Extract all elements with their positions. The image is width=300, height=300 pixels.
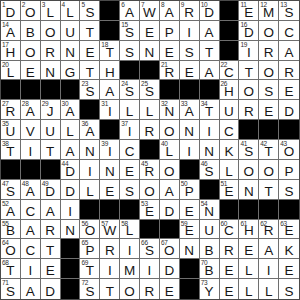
letter-cell[interactable]: C (21, 200, 41, 220)
black-cell (61, 279, 81, 299)
letter-cell[interactable]: E (220, 279, 240, 299)
letter-cell[interactable]: 52A (1, 200, 21, 220)
letter-cell[interactable]: E (140, 21, 160, 41)
letter-cell[interactable]: 8A (160, 1, 180, 21)
letter-cell[interactable]: 13S (279, 1, 299, 21)
cell-letter: A (61, 140, 80, 159)
cell-letter: U (1, 120, 20, 139)
letter-cell[interactable]: N (61, 220, 81, 240)
letter-cell[interactable]: 1D (1, 1, 21, 21)
letter-cell[interactable]: A (200, 61, 220, 81)
black-cell (100, 120, 120, 140)
letter-cell[interactable]: R (41, 220, 61, 240)
letter-cell[interactable]: 36A (80, 120, 100, 140)
cell-letter: N (80, 140, 99, 159)
letter-cell[interactable]: D (160, 200, 180, 220)
letter-cell[interactable]: U (41, 120, 61, 140)
cell-letter: H (1, 41, 20, 60)
cell-letter: E (220, 279, 239, 299)
cell-letter: B (200, 259, 219, 278)
letter-cell[interactable]: 42T (259, 140, 279, 160)
cell-letter: I (140, 259, 159, 278)
cell-letter: I (259, 259, 278, 278)
letter-cell[interactable]: R (140, 120, 160, 140)
letter-cell[interactable]: R (259, 41, 279, 61)
cell-letter: C (21, 239, 40, 258)
letter-cell[interactable]: A (61, 140, 81, 160)
letter-cell[interactable]: C (21, 239, 41, 259)
letter-cell[interactable]: O (160, 120, 180, 140)
letter-cell[interactable]: N (180, 120, 200, 140)
cell-letter: S (140, 239, 159, 258)
cell-letter: L (120, 100, 139, 119)
letter-cell[interactable]: E (120, 160, 140, 180)
cell-letter: C (220, 61, 239, 80)
letter-cell[interactable]: 12M (259, 1, 279, 21)
letter-cell[interactable]: O (259, 21, 279, 41)
letter-cell[interactable]: H (100, 61, 120, 81)
letter-cell[interactable]: D (279, 100, 299, 120)
cell-letter: G (61, 61, 80, 80)
cell-letter: T (80, 61, 99, 80)
letter-cell[interactable]: 3L (41, 1, 61, 21)
cell-letter: R (279, 61, 299, 80)
letter-cell[interactable]: 49D (41, 180, 61, 200)
letter-cell[interactable]: S (279, 279, 299, 299)
letter-cell[interactable]: A (279, 41, 299, 61)
letter-cell[interactable]: L (239, 259, 259, 279)
letter-cell[interactable]: 20L (1, 61, 21, 81)
letter-cell[interactable]: 71S (1, 279, 21, 299)
cell-letter: S (120, 21, 139, 40)
letter-cell[interactable]: R (239, 100, 259, 120)
cell-letter: D (200, 1, 219, 20)
letter-cell[interactable]: A (21, 279, 41, 299)
letter-cell[interactable]: 60C (220, 220, 240, 240)
letter-cell[interactable]: R (220, 239, 240, 259)
letter-cell[interactable]: E (239, 239, 259, 259)
letter-cell[interactable]: 11E (239, 1, 259, 21)
letter-cell[interactable]: 15S (120, 21, 140, 41)
cell-letter: I (180, 140, 199, 159)
letter-cell[interactable]: 19I (239, 41, 259, 61)
letter-cell[interactable]: T (80, 21, 100, 41)
letter-cell[interactable]: 64O (1, 239, 21, 259)
black-cell (61, 80, 81, 100)
cell-letter: I (21, 140, 40, 159)
letter-cell[interactable]: I (21, 259, 41, 279)
letter-cell[interactable]: O (140, 180, 160, 200)
letter-cell[interactable]: D (160, 259, 180, 279)
cell-letter: E (279, 80, 299, 99)
letter-cell[interactable]: I (100, 259, 120, 279)
cell-letter: S (200, 160, 219, 179)
letter-cell[interactable]: D (61, 180, 81, 200)
black-cell (100, 200, 120, 220)
crossword-puzzle: 1D2O3L4L5S6A7W8A9R10D11E12M13S14ABOUT15S… (0, 0, 300, 300)
letter-cell[interactable]: N (200, 140, 220, 160)
letter-cell[interactable]: 50P (180, 180, 200, 200)
letter-cell[interactable]: 69T (80, 259, 100, 279)
letter-cell[interactable]: 48A (21, 180, 41, 200)
letter-cell[interactable]: 70B (200, 259, 220, 279)
letter-cell[interactable]: S (180, 41, 200, 61)
cell-letter: P (180, 180, 199, 199)
cell-letter: S (80, 80, 99, 99)
cell-letter: L (160, 140, 179, 159)
letter-cell[interactable]: A (200, 21, 220, 41)
letter-cell[interactable]: 22C (220, 61, 240, 81)
cell-letter: D (41, 180, 60, 199)
cell-letter: S (1, 279, 20, 299)
black-cell (1, 160, 21, 180)
letter-cell[interactable]: N (41, 61, 61, 81)
letter-cell[interactable]: L (120, 100, 140, 120)
letter-cell[interactable]: 43O (279, 140, 299, 160)
letter-cell[interactable]: O (239, 80, 259, 100)
cell-letter: M (259, 1, 278, 20)
letter-cell[interactable]: T (41, 239, 61, 259)
letter-cell[interactable]: 16D (239, 21, 259, 41)
letter-cell[interactable]: 17H (1, 41, 21, 61)
black-cell (239, 200, 259, 220)
cell-letter: D (239, 21, 258, 40)
letter-cell[interactable]: T (41, 140, 61, 160)
letter-cell[interactable]: I (259, 259, 279, 279)
letter-cell[interactable]: R (41, 41, 61, 61)
cell-letter: S (279, 279, 299, 299)
letter-cell[interactable]: E (180, 200, 200, 220)
cell-letter: A (259, 239, 278, 258)
cell-letter: E (21, 61, 40, 80)
letter-cell[interactable]: K (220, 140, 240, 160)
letter-cell[interactable]: I (80, 160, 100, 180)
cell-letter: R (160, 61, 179, 80)
letter-cell[interactable]: D (41, 279, 61, 299)
letter-cell[interactable]: 59E (180, 220, 200, 240)
letter-cell[interactable]: A (100, 80, 120, 100)
cell-letter: A (279, 41, 299, 60)
letter-cell[interactable]: E (279, 259, 299, 279)
black-cell (160, 220, 180, 240)
letter-cell[interactable]: A (21, 220, 41, 240)
cell-letter: O (239, 160, 258, 179)
letter-cell[interactable]: 44D (61, 160, 81, 180)
letter-cell[interactable]: 29J (41, 100, 61, 120)
cell-letter: E (180, 220, 199, 239)
black-cell (80, 200, 100, 220)
black-cell (200, 80, 220, 100)
letter-cell[interactable]: 14A (1, 21, 21, 41)
cell-letter: L (61, 1, 80, 20)
cell-letter: A (120, 1, 139, 20)
letter-cell[interactable]: 34T (200, 100, 220, 120)
cell-letter: O (1, 239, 20, 258)
letter-cell[interactable]: 2O (21, 1, 41, 21)
letter-cell[interactable]: 28A (21, 100, 41, 120)
letter-cell[interactable]: O (120, 279, 140, 299)
letter-cell[interactable]: 6A (120, 1, 140, 21)
cell-letter: O (279, 140, 299, 159)
letter-cell[interactable]: I (61, 200, 81, 220)
letter-cell[interactable]: 38T (1, 140, 21, 160)
letter-cell[interactable]: N (100, 160, 120, 180)
letter-cell[interactable]: 57W (100, 220, 120, 240)
cell-letter: O (160, 120, 179, 139)
letter-cell[interactable]: 47S (1, 180, 21, 200)
letter-cell[interactable]: B (21, 21, 41, 41)
cell-letter: D (61, 160, 80, 179)
letter-cell[interactable]: 61H (239, 220, 259, 240)
black-cell (80, 100, 100, 120)
letter-cell[interactable]: 23S (80, 80, 100, 100)
letter-cell[interactable]: L (259, 279, 279, 299)
cell-letter: D (279, 100, 299, 119)
letter-cell[interactable]: O (41, 21, 61, 41)
black-cell (259, 120, 279, 140)
letter-cell[interactable]: 27R (1, 100, 21, 120)
letter-cell[interactable]: 55B (1, 220, 21, 240)
letter-cell[interactable]: 18T (100, 41, 120, 61)
letter-cell[interactable]: 41S (239, 140, 259, 160)
letter-cell[interactable]: 68T (1, 259, 21, 279)
cell-letter: E (160, 41, 179, 60)
cell-letter: O (259, 61, 278, 80)
cell-letter: R (140, 120, 159, 139)
cell-letter: E (120, 160, 139, 179)
black-cell (100, 1, 120, 21)
letter-cell[interactable]: U (200, 220, 220, 240)
letter-cell[interactable]: 10D (200, 1, 220, 21)
cell-letter: Y (200, 279, 219, 299)
letter-cell[interactable]: 54N (200, 200, 220, 220)
letter-cell[interactable]: 5S (80, 1, 100, 21)
letter-cell[interactable]: S (120, 41, 140, 61)
letter-cell[interactable]: 21R (160, 61, 180, 81)
cell-letter: A (80, 120, 99, 139)
letter-cell[interactable]: 62R (259, 220, 279, 240)
letter-cell[interactable]: U (220, 100, 240, 120)
letter-cell[interactable]: I (180, 140, 200, 160)
letter-cell[interactable]: E (160, 279, 180, 299)
cell-letter: A (200, 61, 219, 80)
cell-letter: I (80, 160, 99, 179)
letter-cell[interactable]: R (140, 279, 160, 299)
letter-cell[interactable]: 67O (160, 239, 180, 259)
letter-cell[interactable]: E (100, 180, 120, 200)
letter-cell[interactable]: 58L (120, 220, 140, 240)
letter-cell[interactable]: 72S (80, 279, 100, 299)
cell-letter: R (100, 239, 119, 258)
black-cell (41, 80, 61, 100)
cell-letter: L (1, 61, 20, 80)
letter-cell[interactable]: 40L (160, 140, 180, 160)
cell-letter: E (220, 259, 239, 278)
letter-cell[interactable]: I (180, 21, 200, 41)
cell-letter: J (41, 100, 60, 119)
black-cell (61, 259, 81, 279)
letter-cell[interactable]: T (100, 279, 120, 299)
letter-cell[interactable]: O (21, 41, 41, 61)
letter-cell[interactable]: I (120, 239, 140, 259)
letter-cell[interactable]: R (279, 61, 299, 81)
black-cell (140, 61, 160, 81)
black-cell (1, 80, 21, 100)
letter-cell[interactable]: 4L (61, 1, 81, 21)
cell-letter: N (61, 220, 80, 239)
letter-cell[interactable]: 73Y (200, 279, 220, 299)
crossword-board: 1D2O3L4L5S6A7W8A9R10D11E12M13S14ABOUT15S… (0, 0, 300, 300)
letter-cell[interactable]: L (61, 120, 81, 140)
letter-cell[interactable]: O (259, 160, 279, 180)
cell-letter: L (120, 220, 139, 239)
cell-letter: T (1, 140, 20, 159)
cell-letter: U (200, 220, 219, 239)
cell-letter: U (41, 120, 60, 139)
cell-letter: S (120, 80, 139, 99)
letter-cell[interactable]: C (279, 21, 299, 41)
letter-cell[interactable]: A (160, 180, 180, 200)
letter-cell[interactable]: 32N (160, 100, 180, 120)
letter-cell[interactable]: N (180, 239, 200, 259)
cell-letter: T (200, 100, 219, 119)
letter-cell[interactable]: N (80, 140, 100, 160)
letter-cell[interactable]: 46S (200, 160, 220, 180)
letter-cell[interactable]: R (100, 239, 120, 259)
letter-cell[interactable]: 65P (80, 239, 100, 259)
letter-cell[interactable]: S (259, 80, 279, 100)
letter-cell[interactable]: 9R (180, 1, 200, 21)
letter-cell[interactable]: T (259, 180, 279, 200)
cell-letter: N (200, 200, 219, 219)
letter-cell[interactable]: P (279, 160, 299, 180)
cell-letter: O (239, 80, 258, 99)
black-cell (220, 21, 240, 41)
cell-letter: O (21, 41, 40, 60)
cell-letter: H (220, 80, 239, 99)
letter-cell[interactable]: T (200, 41, 220, 61)
letter-cell[interactable]: 24S (120, 80, 140, 100)
letter-cell[interactable]: O (259, 61, 279, 81)
cell-letter: A (100, 80, 119, 99)
letter-cell[interactable]: N (239, 180, 259, 200)
cell-letter: T (1, 259, 20, 278)
letter-cell[interactable]: E (279, 80, 299, 100)
cell-letter: T (200, 41, 219, 60)
cell-letter: A (160, 1, 179, 20)
letter-cell[interactable]: 30A (61, 100, 81, 120)
letter-cell[interactable]: E (160, 41, 180, 61)
cell-letter: S (120, 41, 139, 60)
letter-cell[interactable]: 33A (180, 100, 200, 120)
cell-letter: P (279, 160, 299, 179)
letter-cell[interactable]: E (80, 41, 100, 61)
letter-cell[interactable]: T (80, 61, 100, 81)
letter-cell[interactable]: S (279, 180, 299, 200)
letter-cell[interactable]: K (279, 239, 299, 259)
letter-cell[interactable]: M (120, 259, 140, 279)
letter-cell[interactable]: I (21, 140, 41, 160)
letter-cell[interactable]: 56O (80, 220, 100, 240)
letter-cell[interactable]: 66S (140, 239, 160, 259)
black-cell (220, 1, 240, 21)
cell-letter: I (100, 259, 119, 278)
letter-cell[interactable]: O (239, 160, 259, 180)
cell-letter: N (200, 140, 219, 159)
letter-cell[interactable]: C (220, 120, 240, 140)
cell-letter: O (160, 160, 179, 179)
letter-cell[interactable]: I (140, 259, 160, 279)
letter-cell[interactable]: U (61, 21, 81, 41)
letter-cell[interactable]: 7W (140, 1, 160, 21)
letter-cell[interactable]: E (21, 61, 41, 81)
cell-letter: O (21, 1, 40, 20)
letter-cell[interactable]: L (140, 100, 160, 120)
letter-cell[interactable]: 35U (1, 120, 21, 140)
letter-cell[interactable]: V (21, 120, 41, 140)
letter-cell[interactable]: E (41, 259, 61, 279)
letter-cell[interactable]: C (120, 140, 140, 160)
letter-cell[interactable]: E (180, 61, 200, 81)
cell-letter: R (180, 1, 199, 20)
cell-letter: E (80, 41, 99, 60)
letter-cell[interactable]: I (200, 120, 220, 140)
letter-cell[interactable]: L (239, 279, 259, 299)
cell-letter: R (41, 41, 60, 60)
letter-cell[interactable]: 51E (220, 180, 240, 200)
letter-cell[interactable]: E (259, 100, 279, 120)
cell-letter: C (120, 140, 139, 159)
letter-cell[interactable]: N (140, 41, 160, 61)
letter-cell[interactable]: G (61, 61, 81, 81)
letter-cell[interactable]: O (160, 160, 180, 180)
black-cell (180, 80, 200, 100)
letter-cell[interactable]: S (120, 180, 140, 200)
letter-cell[interactable]: N (61, 41, 81, 61)
letter-cell[interactable]: L (80, 180, 100, 200)
letter-cell[interactable]: 37I (120, 120, 140, 140)
letter-cell[interactable]: 45R (140, 160, 160, 180)
letter-cell[interactable]: T (239, 61, 259, 81)
letter-cell[interactable]: P (160, 21, 180, 41)
letter-cell[interactable]: E (220, 259, 240, 279)
letter-cell[interactable]: 25S (140, 80, 160, 100)
letter-cell[interactable]: 26H (220, 80, 240, 100)
cell-letter: E (239, 239, 258, 258)
black-cell (120, 200, 140, 220)
black-cell (140, 140, 160, 160)
letter-cell[interactable]: L (220, 160, 240, 180)
cell-letter: A (21, 279, 40, 299)
letter-cell[interactable]: 39I (100, 140, 120, 160)
cell-letter: T (41, 140, 60, 159)
cell-letter: E (239, 1, 258, 20)
cell-letter: O (259, 160, 278, 179)
cell-letter: W (140, 1, 159, 20)
letter-cell[interactable]: B (200, 239, 220, 259)
cell-letter: D (160, 200, 179, 219)
cell-letter: L (239, 279, 258, 299)
cell-letter: S (1, 180, 20, 199)
letter-cell[interactable]: 53E (140, 200, 160, 220)
letter-cell[interactable]: A (259, 239, 279, 259)
black-cell (41, 160, 61, 180)
letter-cell[interactable]: 31I (100, 100, 120, 120)
cell-letter: A (21, 100, 40, 119)
cell-letter: R (220, 239, 239, 258)
letter-cell[interactable]: A (41, 200, 61, 220)
letter-cell[interactable]: 63E (279, 220, 299, 240)
